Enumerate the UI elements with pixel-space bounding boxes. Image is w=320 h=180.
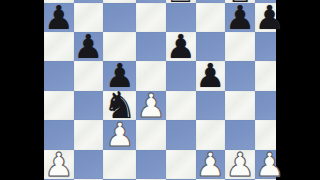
square-d6 (136, 32, 166, 61)
square-g2: ♟ (225, 150, 255, 179)
square-c3: ♟ (103, 120, 136, 149)
square-g5 (225, 61, 255, 90)
square-h2: ♟ (255, 150, 285, 179)
square-a5 (44, 61, 74, 90)
square-d2 (136, 150, 166, 179)
white-pawn: ♟ (105, 120, 135, 149)
video-frame: ♜♚♟♟♟♟♟♟♟♞♟♟♟♟♟♟ (0, 0, 320, 180)
black-pawn: ♟ (44, 3, 74, 32)
square-f4 (196, 91, 226, 120)
white-pawn: ♟ (196, 150, 226, 179)
black-pawn: ♟ (196, 61, 226, 90)
square-f5: ♟ (196, 61, 226, 90)
white-pawn: ♟ (225, 150, 255, 179)
black-pawn: ♟ (74, 32, 104, 61)
square-b6: ♟ (74, 32, 104, 61)
chess-board: ♜♚♟♟♟♟♟♟♟♞♟♟♟♟♟♟ (44, 0, 276, 180)
black-pawn: ♟ (225, 3, 255, 32)
square-h7: ♟ (255, 3, 285, 32)
square-b3 (74, 120, 104, 149)
square-c1 (103, 179, 136, 180)
square-e8: ♜ (166, 0, 196, 3)
pillarbox-left (0, 0, 44, 180)
square-b2 (74, 150, 104, 179)
white-pawn: ♟ (136, 91, 166, 120)
square-d1 (136, 179, 166, 180)
square-b4 (74, 91, 104, 120)
square-e3 (166, 120, 196, 149)
square-g4 (225, 91, 255, 120)
white-pawn: ♟ (44, 150, 74, 179)
white-pawn: ♟ (255, 150, 285, 179)
square-a7: ♟ (44, 3, 74, 32)
square-d4: ♟ (136, 91, 166, 120)
square-a4 (44, 91, 74, 120)
square-g7: ♟ (225, 3, 255, 32)
square-e4 (166, 91, 196, 120)
square-e2 (166, 150, 196, 179)
square-f7 (196, 3, 226, 32)
square-b1 (74, 179, 104, 180)
square-a2: ♟ (44, 150, 74, 179)
square-c7 (103, 3, 136, 32)
square-f2: ♟ (196, 150, 226, 179)
square-d7 (136, 3, 166, 32)
square-e6: ♟ (166, 32, 196, 61)
square-e1 (166, 179, 196, 180)
black-pawn: ♟ (255, 3, 285, 32)
black-pawn: ♟ (166, 32, 196, 61)
black-rook-partial: ♜ (166, 0, 196, 5)
